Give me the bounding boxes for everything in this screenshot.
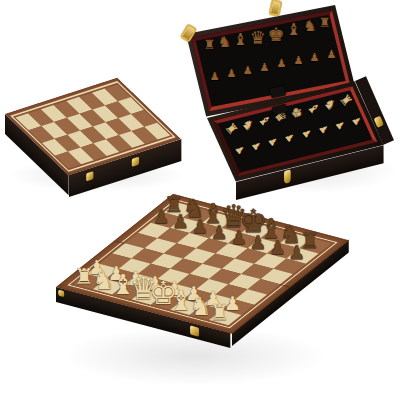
gold-latch-icon [86,171,93,181]
stored-piece-black-knight: ♞ [218,35,231,54]
stored-piece-white-pawn: ♟ [300,127,313,140]
piece-white-rook: ♜ [207,302,233,324]
stored-piece-white-pawn: ♟ [316,123,329,136]
stored-piece-white-rook: ♜ [337,92,354,109]
stored-piece-black-pawn: ♟ [276,58,286,69]
stored-piece-white-rook: ♜ [223,120,240,137]
stored-piece-black-pawn: ♟ [293,55,303,66]
stored-piece-black-pawn: ♟ [327,49,337,60]
stored-piece-white-bishop: ♝ [256,112,273,129]
stored-piece-black-pawn: ♟ [226,68,236,79]
stored-piece-black-bishop: ♝ [233,32,247,51]
stored-piece-white-pawn: ♟ [250,139,263,152]
stored-piece-black-king: ♚ [268,25,285,44]
product-photo: ♜♞♝♛♚♝♞♜ ♟♟♟♟♟♟♟♟ ♜♞♝♛♚♝♞♜ ♟♟♟♟♟♟♟♟ [0,0,400,400]
gold-latch-icon [190,325,199,336]
stored-piece-white-pawn: ♟ [350,114,363,127]
stored-piece-white-pawn: ♟ [333,119,346,132]
stored-piece-black-rook: ♜ [319,16,331,35]
velcro-strap [269,86,286,98]
stored-piece-black-pawn: ♟ [260,62,270,73]
stored-piece-black-pawn: ♟ [210,71,220,82]
gold-latch-icon [132,157,139,167]
stored-piece-white-knight: ♞ [239,116,256,133]
stored-piece-white-knight: ♞ [321,96,338,113]
stored-piece-black-rook: ♜ [203,38,215,57]
stored-piece-black-bishop: ♝ [286,22,300,41]
hanging-latch-icon [284,169,291,184]
stored-piece-black-queen: ♛ [250,29,266,48]
stored-piece-white-bishop: ♝ [305,100,322,117]
stored-piece-black-pawn: ♟ [310,52,320,63]
stored-piece-black-pawn: ♟ [243,65,253,76]
stored-piece-black-knight: ♞ [303,19,316,38]
gold-latch-icon [374,116,384,128]
stored-piece-white-pawn: ♟ [233,143,246,156]
stored-piece-white-pawn: ♟ [283,131,296,144]
stored-piece-white-king: ♚ [288,104,305,121]
stored-piece-white-pawn: ♟ [266,135,279,148]
gold-latch-icon [58,290,64,298]
